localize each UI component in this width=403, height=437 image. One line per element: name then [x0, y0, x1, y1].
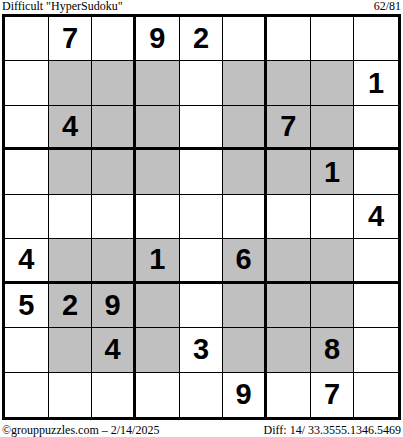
- cell-r7c8[interactable]: [311, 284, 355, 328]
- cell-r9c7[interactable]: [267, 373, 311, 417]
- puzzle-title: Difficult "HyperSudoku": [2, 0, 123, 13]
- cell-r9c4[interactable]: [136, 373, 180, 417]
- cell-r9c1[interactable]: [5, 373, 49, 417]
- difficulty-rating: Diff: 14/ 33.3555.1346.5469: [264, 423, 401, 437]
- cell-r1c9[interactable]: [354, 17, 398, 61]
- cell-r3c2[interactable]: 4: [49, 106, 93, 150]
- cell-r8c4[interactable]: [136, 328, 180, 372]
- cell-r9c6[interactable]: 9: [223, 373, 267, 417]
- cell-r4c7[interactable]: [267, 150, 311, 194]
- cell-r7c3[interactable]: 9: [92, 284, 136, 328]
- cell-r8c9[interactable]: [354, 328, 398, 372]
- cell-r6c9[interactable]: [354, 239, 398, 283]
- cell-r8c2[interactable]: [49, 328, 93, 372]
- cell-r7c1[interactable]: 5: [5, 284, 49, 328]
- cell-r1c1[interactable]: [5, 17, 49, 61]
- cell-r1c8[interactable]: [311, 17, 355, 61]
- cell-r9c3[interactable]: [92, 373, 136, 417]
- cell-r2c2[interactable]: [49, 61, 93, 105]
- cell-r6c3[interactable]: [92, 239, 136, 283]
- cell-r7c2[interactable]: 2: [49, 284, 93, 328]
- cell-r6c4[interactable]: 1: [136, 239, 180, 283]
- cell-r7c7[interactable]: [267, 284, 311, 328]
- cell-r4c1[interactable]: [5, 150, 49, 194]
- cell-r7c5[interactable]: [180, 284, 224, 328]
- cell-r2c4[interactable]: [136, 61, 180, 105]
- cell-r4c4[interactable]: [136, 150, 180, 194]
- cell-r6c1[interactable]: 4: [5, 239, 49, 283]
- cell-r3c4[interactable]: [136, 106, 180, 150]
- header: Difficult "HyperSudoku" 62/81: [2, 0, 401, 13]
- cell-r9c8[interactable]: 7: [311, 373, 355, 417]
- cell-r4c5[interactable]: [180, 150, 224, 194]
- cell-r5c2[interactable]: [49, 195, 93, 239]
- cell-r5c3[interactable]: [92, 195, 136, 239]
- cell-r2c9[interactable]: 1: [354, 61, 398, 105]
- cell-r3c1[interactable]: [5, 106, 49, 150]
- cell-r6c7[interactable]: [267, 239, 311, 283]
- cell-r4c9[interactable]: [354, 150, 398, 194]
- cell-r9c9[interactable]: [354, 373, 398, 417]
- cell-r5c8[interactable]: [311, 195, 355, 239]
- cell-r1c6[interactable]: [223, 17, 267, 61]
- cell-r4c3[interactable]: [92, 150, 136, 194]
- cell-r8c8[interactable]: 8: [311, 328, 355, 372]
- cell-r1c4[interactable]: 9: [136, 17, 180, 61]
- cell-r6c2[interactable]: [49, 239, 93, 283]
- cell-r2c6[interactable]: [223, 61, 267, 105]
- cell-r2c3[interactable]: [92, 61, 136, 105]
- cell-r5c5[interactable]: [180, 195, 224, 239]
- cell-r1c2[interactable]: 7: [49, 17, 93, 61]
- cell-r3c9[interactable]: [354, 106, 398, 150]
- cell-r5c9[interactable]: 4: [354, 195, 398, 239]
- cell-r1c5[interactable]: 2: [180, 17, 224, 61]
- cell-r3c6[interactable]: [223, 106, 267, 150]
- cell-r6c8[interactable]: [311, 239, 355, 283]
- footer: ©grouppuzzles.com – 2/14/2025 Diff: 14/ …: [2, 422, 401, 437]
- cell-r8c7[interactable]: [267, 328, 311, 372]
- cell-r2c8[interactable]: [311, 61, 355, 105]
- cell-r8c1[interactable]: [5, 328, 49, 372]
- cell-r7c4[interactable]: [136, 284, 180, 328]
- progress-counter: 62/81: [374, 0, 401, 13]
- cell-r5c1[interactable]: [5, 195, 49, 239]
- sudoku-board: 7921471441652943897: [2, 14, 401, 420]
- cell-r5c4[interactable]: [136, 195, 180, 239]
- cell-r2c5[interactable]: [180, 61, 224, 105]
- cell-r1c3[interactable]: [92, 17, 136, 61]
- cell-r2c7[interactable]: [267, 61, 311, 105]
- cell-r7c9[interactable]: [354, 284, 398, 328]
- cell-r5c6[interactable]: [223, 195, 267, 239]
- cell-r4c2[interactable]: [49, 150, 93, 194]
- cell-r8c6[interactable]: [223, 328, 267, 372]
- cell-r9c2[interactable]: [49, 373, 93, 417]
- cell-r4c8[interactable]: 1: [311, 150, 355, 194]
- cell-r4c6[interactable]: [223, 150, 267, 194]
- cell-r3c5[interactable]: [180, 106, 224, 150]
- cell-r3c3[interactable]: [92, 106, 136, 150]
- cell-r3c7[interactable]: 7: [267, 106, 311, 150]
- puzzle-page: Difficult "HyperSudoku" 62/81 7921471441…: [0, 0, 403, 437]
- cell-r5c7[interactable]: [267, 195, 311, 239]
- cell-r6c5[interactable]: [180, 239, 224, 283]
- cell-r2c1[interactable]: [5, 61, 49, 105]
- cell-r9c5[interactable]: [180, 373, 224, 417]
- copyright-credit: ©grouppuzzles.com – 2/14/2025: [2, 423, 159, 437]
- cell-r3c8[interactable]: [311, 106, 355, 150]
- cell-r7c6[interactable]: [223, 284, 267, 328]
- cell-r8c5[interactable]: 3: [180, 328, 224, 372]
- cell-r1c7[interactable]: [267, 17, 311, 61]
- cell-r6c6[interactable]: 6: [223, 239, 267, 283]
- cell-r8c3[interactable]: 4: [92, 328, 136, 372]
